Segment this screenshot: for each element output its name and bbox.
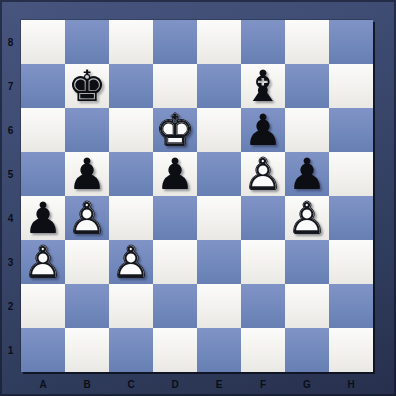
square-d2[interactable] xyxy=(153,284,197,328)
square-f5[interactable]: ♟♙ xyxy=(241,152,285,196)
file-label-e: E xyxy=(197,374,241,394)
rank-label-1: 1 xyxy=(0,328,21,372)
square-g5[interactable]: ♟ xyxy=(285,152,329,196)
pawn-glyph: ♟ xyxy=(241,108,285,152)
square-a8[interactable] xyxy=(21,20,65,64)
file-label-b: B xyxy=(65,374,109,394)
square-d6[interactable]: ♚♔ xyxy=(153,108,197,152)
square-b5[interactable]: ♟ xyxy=(65,152,109,196)
pawn-outline-glyph: ♙ xyxy=(21,240,65,284)
square-c4[interactable] xyxy=(109,196,153,240)
square-d3[interactable] xyxy=(153,240,197,284)
square-f1[interactable] xyxy=(241,328,285,372)
rank-label-6: 6 xyxy=(0,108,21,152)
square-d8[interactable] xyxy=(153,20,197,64)
square-a4[interactable]: ♟ xyxy=(21,196,65,240)
square-e6[interactable] xyxy=(197,108,241,152)
square-g2[interactable] xyxy=(285,284,329,328)
square-b4[interactable]: ♟♙ xyxy=(65,196,109,240)
rank-label-7: 7 xyxy=(0,64,21,108)
square-h5[interactable] xyxy=(329,152,373,196)
square-e7[interactable] xyxy=(197,64,241,108)
black-pawn-d5[interactable]: ♟ xyxy=(153,152,197,196)
rank-label-5: 5 xyxy=(0,152,21,196)
pawn-outline-glyph: ♙ xyxy=(65,196,109,240)
square-b6[interactable] xyxy=(65,108,109,152)
square-g7[interactable] xyxy=(285,64,329,108)
square-g6[interactable] xyxy=(285,108,329,152)
square-e2[interactable] xyxy=(197,284,241,328)
square-g4[interactable]: ♟♙ xyxy=(285,196,329,240)
square-a2[interactable] xyxy=(21,284,65,328)
square-h4[interactable] xyxy=(329,196,373,240)
black-pawn-b5[interactable]: ♟ xyxy=(65,152,109,196)
square-a3[interactable]: ♟♙ xyxy=(21,240,65,284)
black-pawn-g5[interactable]: ♟ xyxy=(285,152,329,196)
square-b7[interactable]: ♚ xyxy=(65,64,109,108)
square-f2[interactable] xyxy=(241,284,285,328)
pawn-glyph: ♟ xyxy=(65,152,109,196)
square-h8[interactable] xyxy=(329,20,373,64)
bishop-glyph: ♝ xyxy=(241,64,285,108)
board-frame: 87654321 ABCDEFGH ♚♝♚♔♟♟♟♟♙♟♟♟♙♟♙♟♙♟♙ xyxy=(0,0,396,396)
square-d4[interactable] xyxy=(153,196,197,240)
file-label-d: D xyxy=(153,374,197,394)
pawn-glyph: ♟ xyxy=(285,152,329,196)
square-h6[interactable] xyxy=(329,108,373,152)
square-g3[interactable] xyxy=(285,240,329,284)
square-a1[interactable] xyxy=(21,328,65,372)
file-label-f: F xyxy=(241,374,285,394)
square-b8[interactable] xyxy=(65,20,109,64)
square-d7[interactable] xyxy=(153,64,197,108)
square-f8[interactable] xyxy=(241,20,285,64)
square-e3[interactable] xyxy=(197,240,241,284)
black-king-b7[interactable]: ♚ xyxy=(65,64,109,108)
square-c7[interactable] xyxy=(109,64,153,108)
square-g8[interactable] xyxy=(285,20,329,64)
pawn-outline-glyph: ♙ xyxy=(241,152,285,196)
square-f7[interactable]: ♝ xyxy=(241,64,285,108)
square-c3[interactable]: ♟♙ xyxy=(109,240,153,284)
square-h3[interactable] xyxy=(329,240,373,284)
rank-label-3: 3 xyxy=(0,240,21,284)
pawn-glyph: ♟ xyxy=(21,196,65,240)
white-pawn-g4[interactable]: ♟♙ xyxy=(285,196,329,240)
rank-label-8: 8 xyxy=(0,20,21,64)
square-h1[interactable] xyxy=(329,328,373,372)
white-pawn-f5[interactable]: ♟♙ xyxy=(241,152,285,196)
square-f6[interactable]: ♟ xyxy=(241,108,285,152)
file-label-c: C xyxy=(109,374,153,394)
square-c1[interactable] xyxy=(109,328,153,372)
square-d5[interactable]: ♟ xyxy=(153,152,197,196)
rank-label-4: 4 xyxy=(0,196,21,240)
square-f4[interactable] xyxy=(241,196,285,240)
square-h7[interactable] xyxy=(329,64,373,108)
white-pawn-a3[interactable]: ♟♙ xyxy=(21,240,65,284)
square-g1[interactable] xyxy=(285,328,329,372)
pawn-glyph: ♟ xyxy=(153,152,197,196)
file-label-g: G xyxy=(285,374,329,394)
black-bishop-f7[interactable]: ♝ xyxy=(241,64,285,108)
white-pawn-c3[interactable]: ♟♙ xyxy=(109,240,153,284)
square-c8[interactable] xyxy=(109,20,153,64)
square-a6[interactable] xyxy=(21,108,65,152)
square-c2[interactable] xyxy=(109,284,153,328)
king-outline-glyph: ♔ xyxy=(153,108,197,152)
square-e4[interactable] xyxy=(197,196,241,240)
king-glyph: ♚ xyxy=(65,64,109,108)
file-label-a: A xyxy=(21,374,65,394)
square-f3[interactable] xyxy=(241,240,285,284)
square-b2[interactable] xyxy=(65,284,109,328)
square-e5[interactable] xyxy=(197,152,241,196)
square-e1[interactable] xyxy=(197,328,241,372)
file-label-h: H xyxy=(329,374,373,394)
square-c6[interactable] xyxy=(109,108,153,152)
pawn-outline-glyph: ♙ xyxy=(285,196,329,240)
square-a7[interactable] xyxy=(21,64,65,108)
black-pawn-a4[interactable]: ♟ xyxy=(21,196,65,240)
white-king-d6[interactable]: ♚♔ xyxy=(153,108,197,152)
square-b1[interactable] xyxy=(65,328,109,372)
square-d1[interactable] xyxy=(153,328,197,372)
square-b3[interactable] xyxy=(65,240,109,284)
pawn-outline-glyph: ♙ xyxy=(109,240,153,284)
square-c5[interactable] xyxy=(109,152,153,196)
square-h2[interactable] xyxy=(329,284,373,328)
white-pawn-b4[interactable]: ♟♙ xyxy=(65,196,109,240)
square-e8[interactable] xyxy=(197,20,241,64)
rank-label-2: 2 xyxy=(0,284,21,328)
square-a5[interactable] xyxy=(21,152,65,196)
black-pawn-f6[interactable]: ♟ xyxy=(241,108,285,152)
chess-board: ♚♝♚♔♟♟♟♟♙♟♟♟♙♟♙♟♙♟♙ xyxy=(21,20,373,372)
